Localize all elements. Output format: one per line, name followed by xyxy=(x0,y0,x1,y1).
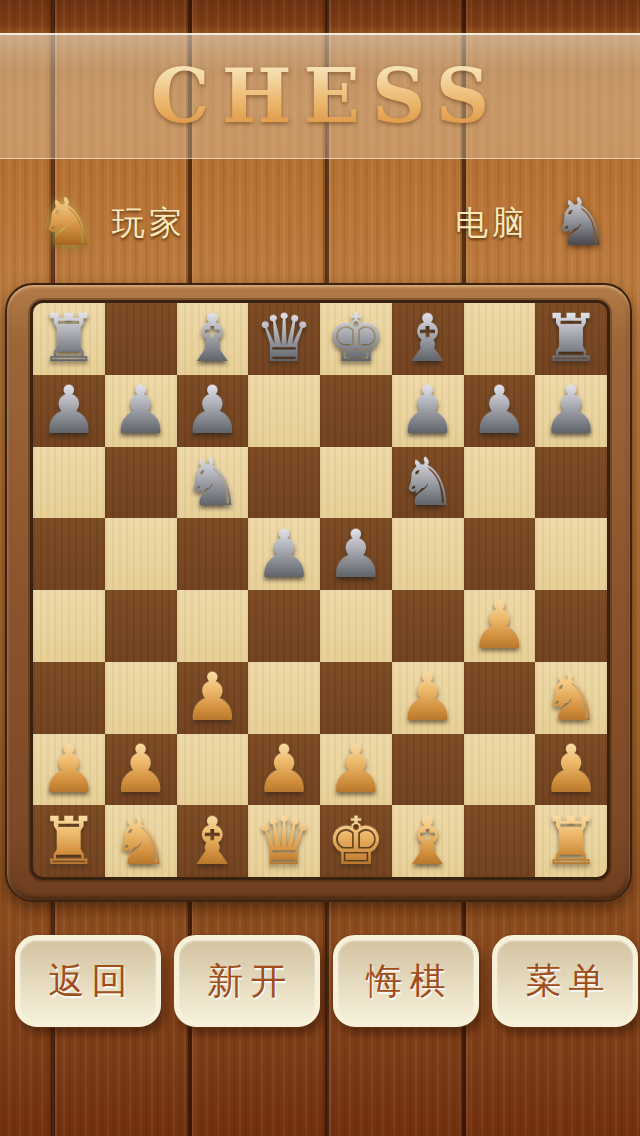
piece-black-pawn-a7[interactable]: ♟ xyxy=(39,375,98,446)
square-d6[interactable] xyxy=(248,447,320,519)
piece-black-queen-d8[interactable]: ♛ xyxy=(255,303,314,374)
square-h3[interactable]: ♞ xyxy=(535,662,607,734)
square-d1[interactable]: ♛ xyxy=(248,805,320,877)
square-g8[interactable] xyxy=(464,303,536,375)
square-c7[interactable]: ♟ xyxy=(177,375,249,447)
square-b4[interactable] xyxy=(105,590,177,662)
piece-white-pawn-h2[interactable]: ♟ xyxy=(542,734,601,805)
square-c1[interactable]: ♝ xyxy=(177,805,249,877)
square-b2[interactable]: ♟ xyxy=(105,734,177,806)
piece-black-knight-f6[interactable]: ♞ xyxy=(398,447,457,518)
board-frame: ♜♝♛♚♝♜♟♟♟♟♟♟♞♞♟♟♟♟♟♞♟♟♟♟♟♜♞♝♛♚♝♜ xyxy=(5,283,632,902)
black-knight-icon: ♞ xyxy=(551,192,603,254)
square-e1[interactable]: ♚ xyxy=(320,805,392,877)
piece-white-bishop-c1[interactable]: ♝ xyxy=(183,806,242,877)
square-g6[interactable] xyxy=(464,447,536,519)
square-g1[interactable] xyxy=(464,805,536,877)
app-title: CHESS xyxy=(139,35,501,157)
piece-white-pawn-a2[interactable]: ♟ xyxy=(39,734,98,805)
piece-white-rook-a1[interactable]: ♜ xyxy=(39,806,98,877)
square-f8[interactable]: ♝ xyxy=(392,303,464,375)
square-a6[interactable] xyxy=(33,447,105,519)
piece-black-pawn-g7[interactable]: ♟ xyxy=(470,375,529,446)
square-e8[interactable]: ♚ xyxy=(320,303,392,375)
piece-white-bishop-f1[interactable]: ♝ xyxy=(398,806,457,877)
square-b1[interactable]: ♞ xyxy=(105,805,177,877)
square-f1[interactable]: ♝ xyxy=(392,805,464,877)
square-d2[interactable]: ♟ xyxy=(248,734,320,806)
square-h5[interactable] xyxy=(535,518,607,590)
square-g5[interactable] xyxy=(464,518,536,590)
square-f5[interactable] xyxy=(392,518,464,590)
piece-white-pawn-g4[interactable]: ♟ xyxy=(470,590,529,661)
square-a3[interactable] xyxy=(33,662,105,734)
square-f3[interactable]: ♟ xyxy=(392,662,464,734)
piece-black-king-e8[interactable]: ♚ xyxy=(326,303,385,374)
undo-button[interactable]: 悔棋 xyxy=(333,935,479,1027)
square-h6[interactable] xyxy=(535,447,607,519)
square-f4[interactable] xyxy=(392,590,464,662)
white-knight-icon: ♞ xyxy=(38,192,90,254)
square-d5[interactable]: ♟ xyxy=(248,518,320,590)
piece-white-pawn-b2[interactable]: ♟ xyxy=(111,734,170,805)
piece-white-pawn-d2[interactable]: ♟ xyxy=(255,734,314,805)
square-b5[interactable] xyxy=(105,518,177,590)
square-d4[interactable] xyxy=(248,590,320,662)
square-c5[interactable] xyxy=(177,518,249,590)
square-h2[interactable]: ♟ xyxy=(535,734,607,806)
player-white-label: 玩家 xyxy=(112,201,186,246)
square-e2[interactable]: ♟ xyxy=(320,734,392,806)
player-white-panel: ♞ 玩家 xyxy=(38,192,186,254)
player-black-label: 电脑 xyxy=(455,201,529,246)
square-h8[interactable]: ♜ xyxy=(535,303,607,375)
square-a8[interactable]: ♜ xyxy=(33,303,105,375)
piece-black-rook-h8[interactable]: ♜ xyxy=(542,303,601,374)
square-e5[interactable]: ♟ xyxy=(320,518,392,590)
square-d3[interactable] xyxy=(248,662,320,734)
square-c6[interactable]: ♞ xyxy=(177,447,249,519)
square-f7[interactable]: ♟ xyxy=(392,375,464,447)
square-b3[interactable] xyxy=(105,662,177,734)
piece-white-queen-d1[interactable]: ♛ xyxy=(255,806,314,877)
square-h7[interactable]: ♟ xyxy=(535,375,607,447)
piece-black-pawn-f7[interactable]: ♟ xyxy=(398,375,457,446)
square-a5[interactable] xyxy=(33,518,105,590)
back-button[interactable]: 返回 xyxy=(15,935,161,1027)
square-a1[interactable]: ♜ xyxy=(33,805,105,877)
square-d8[interactable]: ♛ xyxy=(248,303,320,375)
square-e7[interactable] xyxy=(320,375,392,447)
piece-black-pawn-c7[interactable]: ♟ xyxy=(183,375,242,446)
menu-button[interactable]: 菜单 xyxy=(492,935,638,1027)
square-h4[interactable] xyxy=(535,590,607,662)
piece-white-king-e1[interactable]: ♚ xyxy=(326,806,385,877)
piece-black-rook-a8[interactable]: ♜ xyxy=(39,303,98,374)
piece-white-knight-h3[interactable]: ♞ xyxy=(542,662,601,733)
piece-black-pawn-e5[interactable]: ♟ xyxy=(326,519,385,590)
square-g2[interactable] xyxy=(464,734,536,806)
square-a4[interactable] xyxy=(33,590,105,662)
square-e6[interactable] xyxy=(320,447,392,519)
player-black-panel: 电脑 ♞ xyxy=(455,192,603,254)
square-b7[interactable]: ♟ xyxy=(105,375,177,447)
square-a7[interactable]: ♟ xyxy=(33,375,105,447)
square-g3[interactable] xyxy=(464,662,536,734)
square-f2[interactable] xyxy=(392,734,464,806)
square-b6[interactable] xyxy=(105,447,177,519)
new-game-button[interactable]: 新开 xyxy=(174,935,320,1027)
square-e3[interactable] xyxy=(320,662,392,734)
piece-black-knight-c6[interactable]: ♞ xyxy=(183,447,242,518)
square-c2[interactable] xyxy=(177,734,249,806)
square-a2[interactable]: ♟ xyxy=(33,734,105,806)
piece-white-pawn-f3[interactable]: ♟ xyxy=(398,662,457,733)
piece-white-pawn-c3[interactable]: ♟ xyxy=(183,662,242,733)
square-d7[interactable] xyxy=(248,375,320,447)
piece-white-rook-h1[interactable]: ♜ xyxy=(542,806,601,877)
piece-black-pawn-b7[interactable]: ♟ xyxy=(111,375,170,446)
square-e4[interactable] xyxy=(320,590,392,662)
square-g4[interactable]: ♟ xyxy=(464,590,536,662)
square-c4[interactable] xyxy=(177,590,249,662)
square-c3[interactable]: ♟ xyxy=(177,662,249,734)
square-b8[interactable] xyxy=(105,303,177,375)
piece-black-pawn-d5[interactable]: ♟ xyxy=(255,519,314,590)
board: ♜♝♛♚♝♜♟♟♟♟♟♟♞♞♟♟♟♟♟♞♟♟♟♟♟♜♞♝♛♚♝♜ xyxy=(33,303,607,877)
piece-black-bishop-c8[interactable]: ♝ xyxy=(183,303,242,374)
square-g7[interactable]: ♟ xyxy=(464,375,536,447)
piece-black-pawn-h7[interactable]: ♟ xyxy=(542,375,601,446)
square-f6[interactable]: ♞ xyxy=(392,447,464,519)
piece-black-bishop-f8[interactable]: ♝ xyxy=(398,303,457,374)
piece-white-knight-b1[interactable]: ♞ xyxy=(111,806,170,877)
piece-white-pawn-e2[interactable]: ♟ xyxy=(326,734,385,805)
title-banner: CHESS xyxy=(0,33,640,159)
square-c8[interactable]: ♝ xyxy=(177,303,249,375)
square-h1[interactable]: ♜ xyxy=(535,805,607,877)
